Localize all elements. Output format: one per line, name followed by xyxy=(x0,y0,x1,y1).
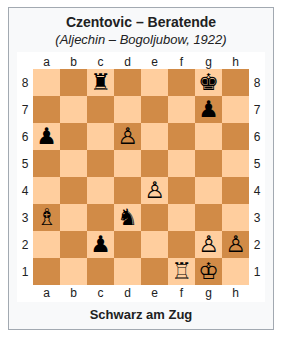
square-g5 xyxy=(195,150,222,177)
square-e5 xyxy=(141,150,168,177)
rank-label-4-right: 4 xyxy=(249,177,265,204)
square-c2: ♟ xyxy=(87,231,114,258)
square-c4 xyxy=(87,177,114,204)
board-corner xyxy=(249,285,265,300)
square-e3 xyxy=(141,204,168,231)
square-e6 xyxy=(141,123,168,150)
square-e4: ♙ xyxy=(141,177,168,204)
rank-label-3-right: 3 xyxy=(249,204,265,231)
square-b2 xyxy=(60,231,87,258)
rank-label-2-left: 2 xyxy=(17,231,33,258)
file-label-a-top: a xyxy=(33,54,60,69)
square-c8: ♜ xyxy=(87,69,114,96)
file-label-a-bottom: a xyxy=(33,285,60,300)
square-b6 xyxy=(60,123,87,150)
square-f4 xyxy=(168,177,195,204)
file-label-h-bottom: h xyxy=(222,285,249,300)
square-a4 xyxy=(33,177,60,204)
square-a5 xyxy=(33,150,60,177)
square-h2: ♙ xyxy=(222,231,249,258)
square-f3 xyxy=(168,204,195,231)
square-d2 xyxy=(114,231,141,258)
board-corner xyxy=(17,285,33,300)
square-h3 xyxy=(222,204,249,231)
rank-label-8-right: 8 xyxy=(249,69,265,96)
square-d8 xyxy=(114,69,141,96)
square-e2 xyxy=(141,231,168,258)
rank-label-5-left: 5 xyxy=(17,150,33,177)
rank-label-5-right: 5 xyxy=(249,150,265,177)
square-e1 xyxy=(141,258,168,285)
square-b3 xyxy=(60,204,87,231)
square-g8: ♚ xyxy=(195,69,222,96)
file-label-c-top: c xyxy=(87,54,114,69)
square-a1 xyxy=(33,258,60,285)
rank-label-7-left: 7 xyxy=(17,96,33,123)
square-b8 xyxy=(60,69,87,96)
square-g3 xyxy=(195,204,222,231)
chess-board-grid: abcdefgh8♜♚87♟76♟♙6554♙43♗♞32♟♙♙21♖♔1abc… xyxy=(17,54,265,300)
file-label-e-top: e xyxy=(141,54,168,69)
square-c3 xyxy=(87,204,114,231)
rank-label-3-left: 3 xyxy=(17,204,33,231)
square-g1: ♔ xyxy=(195,258,222,285)
square-d4 xyxy=(114,177,141,204)
file-label-g-top: g xyxy=(195,54,222,69)
square-h7 xyxy=(222,96,249,123)
square-h4 xyxy=(222,177,249,204)
side-to-move-caption: Schwarz am Zug xyxy=(9,307,273,323)
chess-diagram: abcdefgh8♜♚87♟76♟♙6554♙43♗♞32♟♙♙21♖♔1abc… xyxy=(17,52,265,302)
piece-black-knight: ♞ xyxy=(117,204,138,231)
square-b5 xyxy=(60,150,87,177)
piece-white-pawn: ♙ xyxy=(144,177,165,204)
file-label-b-top: b xyxy=(60,54,87,69)
piece-white-king: ♔ xyxy=(198,258,219,285)
rank-label-2-right: 2 xyxy=(249,231,265,258)
square-d3: ♞ xyxy=(114,204,141,231)
rank-label-4-left: 4 xyxy=(17,177,33,204)
square-f2 xyxy=(168,231,195,258)
rank-label-6-right: 6 xyxy=(249,123,265,150)
file-label-c-bottom: c xyxy=(87,285,114,300)
file-label-b-bottom: b xyxy=(60,285,87,300)
game-subtitle: (Aljechin – Bogoljubow, 1922) xyxy=(9,31,273,48)
square-e7 xyxy=(141,96,168,123)
square-e8 xyxy=(141,69,168,96)
square-g2: ♙ xyxy=(195,231,222,258)
square-c5 xyxy=(87,150,114,177)
board-corner xyxy=(249,54,265,69)
square-h1 xyxy=(222,258,249,285)
square-c1 xyxy=(87,258,114,285)
square-d1 xyxy=(114,258,141,285)
square-a8 xyxy=(33,69,60,96)
square-a6: ♟ xyxy=(33,123,60,150)
rank-label-1-right: 1 xyxy=(249,258,265,285)
square-f8 xyxy=(168,69,195,96)
piece-black-pawn: ♟ xyxy=(198,96,219,123)
piece-white-pawn: ♙ xyxy=(117,123,138,150)
rank-label-8-left: 8 xyxy=(17,69,33,96)
square-a3: ♗ xyxy=(33,204,60,231)
piece-white-pawn: ♙ xyxy=(225,231,246,258)
square-f5 xyxy=(168,150,195,177)
square-h6 xyxy=(222,123,249,150)
file-label-f-bottom: f xyxy=(168,285,195,300)
file-label-e-bottom: e xyxy=(141,285,168,300)
square-d7 xyxy=(114,96,141,123)
square-b4 xyxy=(60,177,87,204)
file-label-f-top: f xyxy=(168,54,195,69)
rank-label-1-left: 1 xyxy=(17,258,33,285)
square-f6 xyxy=(168,123,195,150)
rank-label-6-left: 6 xyxy=(17,123,33,150)
board-corner xyxy=(17,54,33,69)
square-b7 xyxy=(60,96,87,123)
piece-white-bishop: ♗ xyxy=(36,204,57,231)
square-g4 xyxy=(195,177,222,204)
square-b1 xyxy=(60,258,87,285)
file-label-g-bottom: g xyxy=(195,285,222,300)
chess-diagram-box: Czentovic – Beratende (Aljechin – Bogolj… xyxy=(8,7,274,330)
square-d5 xyxy=(114,150,141,177)
piece-white-rook: ♖ xyxy=(171,258,192,285)
piece-black-rook: ♜ xyxy=(90,69,111,96)
square-f7 xyxy=(168,96,195,123)
square-g7: ♟ xyxy=(195,96,222,123)
rank-label-7-right: 7 xyxy=(249,96,265,123)
square-h8 xyxy=(222,69,249,96)
file-label-h-top: h xyxy=(222,54,249,69)
square-d6: ♙ xyxy=(114,123,141,150)
square-c6 xyxy=(87,123,114,150)
game-title: Czentovic – Beratende xyxy=(9,13,273,31)
square-g6 xyxy=(195,123,222,150)
piece-black-pawn: ♟ xyxy=(36,123,57,150)
square-c7 xyxy=(87,96,114,123)
square-a2 xyxy=(33,231,60,258)
piece-black-king: ♚ xyxy=(198,69,219,96)
file-label-d-top: d xyxy=(114,54,141,69)
square-f1: ♖ xyxy=(168,258,195,285)
file-label-d-bottom: d xyxy=(114,285,141,300)
square-a7 xyxy=(33,96,60,123)
piece-white-pawn: ♙ xyxy=(198,231,219,258)
square-h5 xyxy=(222,150,249,177)
piece-black-pawn: ♟ xyxy=(90,231,111,258)
